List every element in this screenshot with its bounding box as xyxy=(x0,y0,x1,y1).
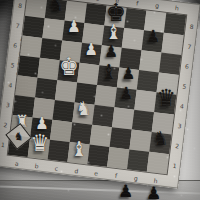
square-f3 xyxy=(112,107,134,129)
square-g3 xyxy=(132,110,154,132)
square-g8 xyxy=(144,10,166,32)
square-a4 xyxy=(15,75,37,97)
square-d1 xyxy=(67,142,89,164)
square-f1 xyxy=(107,147,129,169)
coord-label-1: 1 xyxy=(168,154,182,175)
square-f7 xyxy=(122,28,144,50)
square-c7 xyxy=(62,21,84,43)
coord-label-h: h xyxy=(166,0,187,14)
square-a5 xyxy=(18,55,40,77)
square-e1 xyxy=(87,145,109,167)
square-f2 xyxy=(110,127,132,149)
square-d8 xyxy=(84,3,106,25)
square-g1 xyxy=(127,149,149,171)
square-b2 xyxy=(30,117,52,139)
square-h8 xyxy=(164,13,186,35)
coord-label-3: 3 xyxy=(173,115,187,136)
coord-label-7: 7 xyxy=(182,35,196,56)
coord-label-g: g xyxy=(125,170,146,184)
square-h7 xyxy=(161,33,183,55)
coord-label-c: c xyxy=(46,161,67,175)
square-c6 xyxy=(60,40,82,62)
square-d3 xyxy=(72,102,94,124)
chess-board: US CHESS abcdefgh 87654321 87654321 abcd… xyxy=(0,0,200,189)
coord-label-h: h xyxy=(145,173,166,187)
square-e8 xyxy=(104,6,126,28)
square-h1 xyxy=(147,152,169,174)
square-c2 xyxy=(50,120,72,142)
coord-label-e: e xyxy=(86,165,107,179)
square-h5 xyxy=(157,72,179,94)
square-e6 xyxy=(99,45,121,67)
square-h2 xyxy=(149,132,171,154)
coord-label-d: d xyxy=(66,163,87,177)
square-f4 xyxy=(114,87,136,109)
coord-label-a: a xyxy=(6,156,27,170)
square-h6 xyxy=(159,53,181,75)
square-a6 xyxy=(20,36,42,58)
coord-label-2: 2 xyxy=(170,135,184,156)
square-c8 xyxy=(65,1,87,23)
square-c1 xyxy=(48,140,70,162)
film-grain-speckles xyxy=(0,0,1,1)
square-c3 xyxy=(52,100,74,122)
square-b3 xyxy=(33,98,55,120)
playing-area: ♞♚♟♝♟♟♟♚♝♟♟♛♞♜♟♞♛♝ xyxy=(8,0,186,174)
square-g7 xyxy=(142,30,164,52)
photo-frame: US CHESS abcdefgh 87654321 87654321 abcd… xyxy=(0,0,200,200)
square-d6 xyxy=(80,43,102,65)
square-h4 xyxy=(154,92,176,114)
square-a7 xyxy=(22,16,44,38)
square-e3 xyxy=(92,105,114,127)
square-a3 xyxy=(13,95,35,117)
square-h3 xyxy=(152,112,174,134)
square-e4 xyxy=(95,85,117,107)
square-b6 xyxy=(40,38,62,60)
square-g5 xyxy=(137,70,159,92)
square-d7 xyxy=(82,23,104,45)
square-b4 xyxy=(35,78,57,100)
logo-knight-glyph: ♞ xyxy=(13,130,24,142)
square-d5 xyxy=(77,63,99,85)
square-g2 xyxy=(129,130,151,152)
square-b7 xyxy=(42,18,64,40)
coord-label-6: 6 xyxy=(180,55,194,76)
square-b1 xyxy=(28,137,50,159)
square-g6 xyxy=(139,50,161,72)
square-c5 xyxy=(57,60,79,82)
square-b5 xyxy=(37,58,59,80)
coord-label-f: f xyxy=(106,168,127,182)
square-c4 xyxy=(55,80,77,102)
square-d4 xyxy=(75,83,97,105)
square-f5 xyxy=(117,68,139,90)
square-g4 xyxy=(134,90,156,112)
square-f6 xyxy=(119,48,141,70)
square-e7 xyxy=(102,25,124,47)
coord-label-4: 4 xyxy=(175,95,189,116)
square-f8 xyxy=(124,8,146,30)
square-e2 xyxy=(90,125,112,147)
coord-label-5: 5 xyxy=(177,75,191,96)
square-d2 xyxy=(70,122,92,144)
square-e5 xyxy=(97,65,119,87)
coord-label-b: b xyxy=(26,158,47,172)
coord-label-8: 8 xyxy=(185,15,199,36)
square-b8 xyxy=(45,0,67,21)
